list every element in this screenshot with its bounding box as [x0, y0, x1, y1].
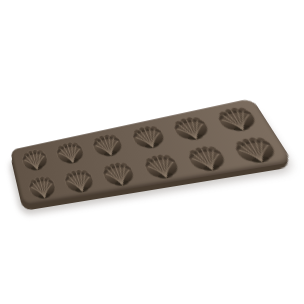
product-photo-scene: [0, 0, 304, 304]
shell-pit-icon: [17, 144, 53, 174]
shell-pit-icon: [51, 136, 91, 167]
pit-r2-c6: [224, 130, 286, 167]
shell-pit-icon: [224, 130, 286, 167]
shell-pit-icon: [86, 128, 130, 160]
pit-r1-c4: [124, 120, 172, 153]
shell-pit-icon: [58, 163, 100, 196]
pit-r2-c2: [58, 163, 100, 196]
pit-r1-c1: [17, 144, 53, 174]
shell-pit-icon: [136, 148, 187, 183]
shell-pit-icon: [178, 139, 234, 175]
pit-r1-c2: [51, 136, 91, 167]
pit-r2-c5: [178, 139, 234, 175]
pit-r2-c1: [23, 170, 61, 202]
pit-r2-c4: [136, 148, 187, 183]
shell-pit-icon: [96, 156, 142, 190]
shell-pit-icon: [23, 170, 61, 202]
pit-r1-c3: [86, 128, 130, 160]
pit-r2-c3: [96, 156, 142, 190]
shell-pit-icon: [124, 120, 172, 153]
